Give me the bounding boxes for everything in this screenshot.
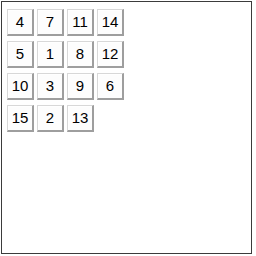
tile-10[interactable]: 10	[7, 73, 34, 100]
tile-3[interactable]: 3	[37, 73, 64, 100]
tile-4[interactable]: 4	[7, 9, 34, 36]
tile-12[interactable]: 12	[97, 41, 124, 68]
tile-5[interactable]: 5	[7, 41, 34, 68]
tile-2[interactable]: 2	[37, 105, 64, 132]
tile-13[interactable]: 13	[67, 105, 94, 132]
tile-14[interactable]: 14	[97, 9, 124, 36]
tile-9[interactable]: 9	[67, 73, 94, 100]
tile-6[interactable]: 6	[97, 73, 124, 100]
tile-11[interactable]: 11	[67, 9, 94, 36]
tile-1[interactable]: 1	[37, 41, 64, 68]
tile-7[interactable]: 7	[37, 9, 64, 36]
fifteen-puzzle-board: 471114518121039615213	[7, 9, 124, 132]
empty-cell	[97, 105, 124, 132]
tile-15[interactable]: 15	[7, 105, 34, 132]
puzzle-frame: 471114518121039615213	[1, 1, 252, 254]
tile-8[interactable]: 8	[67, 41, 94, 68]
